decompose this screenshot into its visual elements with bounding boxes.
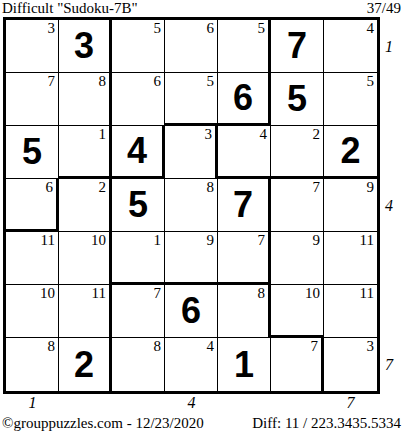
- cell-r5c4[interactable]: 9: [165, 232, 218, 285]
- page-title: Difficult "Sudoku-7B": [2, 1, 138, 16]
- corner-number: 5: [154, 21, 162, 36]
- cell-r7c2[interactable]: 2: [59, 338, 112, 391]
- cell-r7c5[interactable]: 1: [218, 338, 271, 391]
- cell-r6c7[interactable]: 11: [324, 285, 377, 338]
- col-label-7: 7: [347, 395, 355, 411]
- row-label-1: 1: [385, 39, 393, 55]
- cell-r7c1[interactable]: 8: [6, 338, 59, 391]
- corner-number: 3: [205, 127, 213, 142]
- puzzle-page: Difficult "Sudoku-7B" 37/49 335657478656…: [0, 0, 403, 437]
- given-digit: 2: [340, 133, 360, 169]
- cell-r1c2[interactable]: 3: [59, 20, 112, 73]
- given-digit: 6: [181, 293, 201, 329]
- cell-r1c4[interactable]: 6: [165, 20, 218, 73]
- cell-r4c1[interactable]: 6: [6, 179, 59, 232]
- difficulty-text: Diff: 11 / 223.3435.5334: [252, 415, 401, 431]
- corner-number: 7: [48, 74, 56, 89]
- corner-number: 11: [360, 286, 374, 301]
- cell-r3c1[interactable]: 5: [6, 126, 59, 179]
- cell-r4c3[interactable]: 5: [112, 179, 165, 232]
- cell-r5c2[interactable]: 10: [59, 232, 112, 285]
- cell-r4c2[interactable]: 2: [59, 179, 112, 232]
- corner-number: 3: [367, 339, 375, 354]
- corner-number: 8: [258, 286, 266, 301]
- corner-number: 9: [207, 233, 215, 248]
- copyright-text: ©grouppuzzles.com - 12/23/2020: [2, 415, 204, 431]
- corner-number: 10: [40, 286, 55, 301]
- corner-number: 7: [258, 233, 266, 248]
- cell-r2c1[interactable]: 7: [6, 73, 59, 126]
- corner-number: 7: [154, 286, 162, 301]
- cell-r2c6[interactable]: 5: [271, 73, 324, 126]
- corner-number: 3: [48, 21, 56, 36]
- cell-r2c3[interactable]: 6: [112, 73, 165, 126]
- cell-r6c2[interactable]: 11: [59, 285, 112, 338]
- given-digit: 3: [74, 28, 94, 64]
- corner-number: 4: [367, 21, 375, 36]
- given-digit: 7: [287, 28, 307, 64]
- given-digit: 5: [22, 134, 42, 170]
- cell-r7c4[interactable]: 4: [165, 338, 218, 391]
- cell-r3c7[interactable]: 2: [324, 126, 377, 179]
- given-digit: 2: [74, 347, 94, 383]
- cell-r4c5[interactable]: 7: [218, 179, 271, 232]
- corner-number: 8: [48, 339, 56, 354]
- cell-r3c6[interactable]: 2: [271, 126, 324, 179]
- cell-r2c7[interactable]: 5: [324, 73, 377, 126]
- cell-r2c4[interactable]: 5: [165, 73, 218, 126]
- cell-r2c5[interactable]: 6: [218, 73, 271, 126]
- cell-r1c7[interactable]: 4: [324, 20, 377, 73]
- corner-number: 8: [207, 180, 215, 195]
- given-digit: 4: [127, 133, 147, 169]
- cell-r6c5[interactable]: 8: [218, 285, 271, 338]
- corner-number: 5: [367, 74, 375, 89]
- corner-number: 10: [91, 233, 106, 248]
- cell-r1c5[interactable]: 5: [218, 20, 271, 73]
- cell-r6c6[interactable]: 10: [271, 285, 324, 338]
- cell-r4c6[interactable]: 7: [271, 179, 324, 232]
- cell-r6c3[interactable]: 7: [112, 285, 165, 338]
- given-digit: 1: [234, 347, 254, 383]
- corner-number: 7: [311, 339, 319, 354]
- corner-number: 6: [207, 21, 215, 36]
- cell-r5c1[interactable]: 11: [6, 232, 59, 285]
- corner-number: 8: [154, 339, 162, 354]
- col-label-4: 4: [188, 395, 196, 411]
- cell-r7c6[interactable]: 7: [271, 338, 324, 391]
- corner-number: 9: [313, 233, 321, 248]
- cell-r3c3[interactable]: 4: [112, 126, 165, 179]
- given-digit: 7: [233, 187, 253, 223]
- cell-r7c3[interactable]: 8: [112, 338, 165, 391]
- corner-number: 2: [99, 180, 107, 195]
- cell-r5c3[interactable]: 1: [112, 232, 165, 285]
- cell-r5c5[interactable]: 7: [218, 232, 271, 285]
- cell-r1c1[interactable]: 3: [6, 20, 59, 73]
- cell-r5c7[interactable]: 11: [324, 232, 377, 285]
- given-digit: 5: [287, 81, 307, 117]
- corner-number: 4: [260, 127, 268, 142]
- given-digit: 6: [233, 80, 253, 116]
- corner-number: 6: [154, 74, 162, 89]
- row-label-7: 7: [385, 357, 393, 373]
- corner-number: 2: [313, 127, 321, 142]
- cell-r6c1[interactable]: 10: [6, 285, 59, 338]
- corner-number: 7: [313, 180, 321, 195]
- corner-number: 9: [367, 180, 375, 195]
- cell-r3c4[interactable]: 3: [165, 126, 218, 179]
- row-label-4: 4: [385, 198, 393, 214]
- corner-number: 5: [258, 21, 266, 36]
- corner-number: 11: [92, 286, 106, 301]
- corner-number: 8: [99, 74, 107, 89]
- cell-r6c4[interactable]: 6: [165, 285, 218, 338]
- cell-r1c6[interactable]: 7: [271, 20, 324, 73]
- given-digit: 5: [128, 187, 148, 223]
- cell-r4c4[interactable]: 8: [165, 179, 218, 232]
- corner-number: 4: [207, 339, 215, 354]
- corner-number: 10: [305, 286, 320, 301]
- corner-number: 11: [360, 233, 374, 248]
- cell-r7c7[interactable]: 3: [324, 338, 377, 391]
- corner-number: 1: [154, 233, 162, 248]
- progress-counter: 37/49: [367, 1, 401, 16]
- cell-r2c2[interactable]: 8: [59, 73, 112, 126]
- cell-r3c2[interactable]: 1: [59, 126, 112, 179]
- corner-number: 6: [46, 180, 54, 195]
- corner-number: 11: [41, 233, 55, 248]
- cell-r1c3[interactable]: 5: [112, 20, 165, 73]
- corner-number: 5: [207, 74, 215, 89]
- col-label-1: 1: [29, 395, 37, 411]
- corner-number: 1: [99, 127, 107, 142]
- cell-r4c7[interactable]: 9: [324, 179, 377, 232]
- cell-r3c5[interactable]: 4: [218, 126, 271, 179]
- sudoku-board: 3356574786565551434226258779111019791110…: [3, 17, 380, 394]
- cell-r5c6[interactable]: 9: [271, 232, 324, 285]
